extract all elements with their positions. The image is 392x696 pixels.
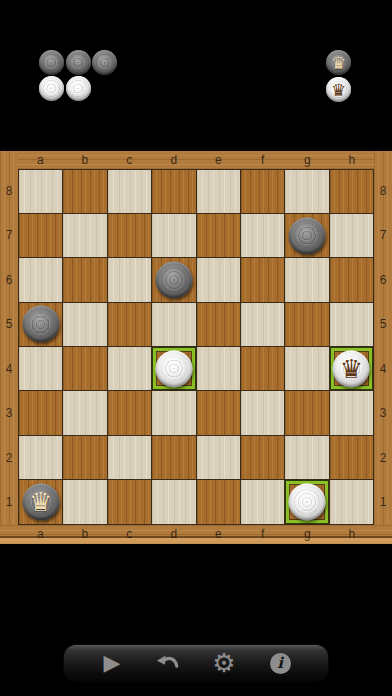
square-d6[interactable]	[152, 258, 195, 301]
play-icon: ▶	[104, 652, 121, 674]
square-c2[interactable]	[108, 436, 151, 479]
square-c6[interactable]	[108, 258, 151, 301]
square-e6[interactable]	[197, 258, 240, 301]
piece-dark-man[interactable]	[288, 217, 325, 254]
board-frame-top: abcdefgh	[0, 151, 392, 169]
gear-icon: ⚙	[212, 650, 235, 676]
rank-label-4: 4	[0, 347, 18, 392]
piece-white-man[interactable]	[39, 76, 64, 101]
rank-label-3: 3	[374, 391, 392, 436]
square-d1[interactable]	[152, 480, 195, 523]
rank-labels-right: 87654321	[374, 169, 392, 525]
checkers-board: abcdefgh 87654321 87654321 abcdefgh ♛♛	[0, 151, 392, 544]
square-e4[interactable]	[197, 347, 240, 390]
file-label-b: b	[63, 527, 108, 541]
file-label-a: a	[18, 527, 63, 541]
info-button[interactable]: i	[259, 645, 301, 681]
square-c5[interactable]	[108, 303, 151, 346]
file-label-h: h	[330, 527, 375, 541]
square-d7[interactable]	[152, 214, 195, 257]
square-f3[interactable]	[241, 391, 284, 434]
square-f5[interactable]	[241, 303, 284, 346]
square-b3[interactable]	[63, 391, 106, 434]
file-label-a: a	[18, 153, 63, 167]
file-label-c: c	[107, 527, 152, 541]
crown-icon: ♛	[326, 50, 351, 75]
piece-white-king[interactable]: ♛	[333, 350, 370, 387]
square-a5[interactable]	[19, 303, 62, 346]
square-f8[interactable]	[241, 170, 284, 213]
captured-tray-left	[39, 50, 117, 101]
file-labels-bottom: abcdefgh	[18, 525, 374, 545]
square-a4[interactable]	[19, 347, 62, 390]
square-c1[interactable]	[108, 480, 151, 523]
square-f2[interactable]	[241, 436, 284, 479]
crown-icon: ♛	[22, 483, 59, 520]
square-d8[interactable]	[152, 170, 195, 213]
board-grid: ♛♛	[18, 169, 374, 525]
rank-label-7: 7	[374, 213, 392, 258]
square-b8[interactable]	[63, 170, 106, 213]
piece-dark-man[interactable]	[39, 50, 64, 75]
rank-labels-left: 87654321	[0, 169, 18, 525]
crown-icon: ♛	[333, 350, 370, 387]
square-a8[interactable]	[19, 170, 62, 213]
rank-label-7: 7	[0, 213, 18, 258]
square-c7[interactable]	[108, 214, 151, 257]
square-a1[interactable]: ♛	[19, 480, 62, 523]
square-e5[interactable]	[197, 303, 240, 346]
undo-button[interactable]	[147, 645, 189, 681]
piece-dark-man[interactable]	[22, 306, 59, 343]
piece-white-man[interactable]	[288, 483, 325, 520]
square-g6[interactable]	[285, 258, 328, 301]
piece-dark-king[interactable]: ♛	[22, 483, 59, 520]
square-g3[interactable]	[285, 391, 328, 434]
file-label-d: d	[152, 153, 197, 167]
file-label-e: e	[196, 153, 241, 167]
rank-label-8: 8	[374, 169, 392, 214]
square-h2[interactable]	[330, 436, 373, 479]
piece-white-man[interactable]	[66, 76, 91, 101]
square-e1[interactable]	[197, 480, 240, 523]
board-frame-right: 87654321	[374, 151, 392, 544]
file-label-g: g	[285, 527, 330, 541]
rank-label-1: 1	[374, 480, 392, 525]
file-label-g: g	[285, 153, 330, 167]
square-f7[interactable]	[241, 214, 284, 257]
square-g8[interactable]	[285, 170, 328, 213]
square-b7[interactable]	[63, 214, 106, 257]
square-g4[interactable]	[285, 347, 328, 390]
square-h7[interactable]	[330, 214, 373, 257]
square-c8[interactable]	[108, 170, 151, 213]
square-e8[interactable]	[197, 170, 240, 213]
file-label-b: b	[63, 153, 108, 167]
square-h3[interactable]	[330, 391, 373, 434]
captured-row	[39, 76, 117, 101]
square-e3[interactable]	[197, 391, 240, 434]
file-labels-top: abcdefgh	[18, 151, 374, 169]
square-f1[interactable]	[241, 480, 284, 523]
square-b4[interactable]	[63, 347, 106, 390]
square-h5[interactable]	[330, 303, 373, 346]
square-h6[interactable]	[330, 258, 373, 301]
file-label-f: f	[241, 527, 286, 541]
square-g5[interactable]	[285, 303, 328, 346]
toolbar: ▶ ⚙ i	[64, 645, 328, 681]
rank-label-1: 1	[0, 480, 18, 525]
info-icon: i	[270, 653, 291, 674]
file-label-e: e	[196, 527, 241, 541]
captured-tray-right: ♛♛	[326, 50, 351, 102]
piece-dark-man[interactable]	[155, 261, 192, 298]
file-label-h: h	[330, 153, 375, 167]
piece-white-man[interactable]	[155, 350, 192, 387]
piece-dark-king[interactable]: ♛	[326, 50, 351, 75]
file-label-c: c	[107, 153, 152, 167]
square-e7[interactable]	[197, 214, 240, 257]
square-a2[interactable]	[19, 436, 62, 479]
square-h8[interactable]	[330, 170, 373, 213]
captured-row	[39, 50, 117, 75]
square-b1[interactable]	[63, 480, 106, 523]
square-a3[interactable]	[19, 391, 62, 434]
square-d2[interactable]	[152, 436, 195, 479]
square-d4[interactable]	[152, 347, 195, 390]
rank-label-5: 5	[0, 302, 18, 347]
piece-dark-man[interactable]	[92, 50, 117, 75]
rank-label-3: 3	[0, 391, 18, 436]
square-b5[interactable]	[63, 303, 106, 346]
rank-label-2: 2	[374, 436, 392, 481]
square-d5[interactable]	[152, 303, 195, 346]
settings-button[interactable]: ⚙	[203, 645, 245, 681]
play-button[interactable]: ▶	[91, 645, 133, 681]
square-a6[interactable]	[19, 258, 62, 301]
board-frame-bottom: abcdefgh	[0, 525, 392, 545]
square-h1[interactable]	[330, 480, 373, 523]
square-g7[interactable]	[285, 214, 328, 257]
piece-white-king[interactable]: ♛	[326, 77, 351, 102]
square-f6[interactable]	[241, 258, 284, 301]
square-b2[interactable]	[63, 436, 106, 479]
square-g2[interactable]	[285, 436, 328, 479]
rank-label-6: 6	[0, 258, 18, 303]
rank-label-2: 2	[0, 436, 18, 481]
file-label-f: f	[241, 153, 286, 167]
square-h4[interactable]: ♛	[330, 347, 373, 390]
square-b6[interactable]	[63, 258, 106, 301]
square-d3[interactable]	[152, 391, 195, 434]
file-label-d: d	[152, 527, 197, 541]
square-c4[interactable]	[108, 347, 151, 390]
square-c3[interactable]	[108, 391, 151, 434]
undo-icon	[154, 651, 182, 675]
crown-icon: ♛	[326, 77, 351, 102]
square-a7[interactable]	[19, 214, 62, 257]
rank-label-8: 8	[0, 169, 18, 214]
board-frame-left: 87654321	[0, 151, 18, 544]
rank-label-5: 5	[374, 302, 392, 347]
rank-label-4: 4	[374, 347, 392, 392]
rank-label-6: 6	[374, 258, 392, 303]
square-f4[interactable]	[241, 347, 284, 390]
square-e2[interactable]	[197, 436, 240, 479]
piece-dark-man[interactable]	[66, 50, 91, 75]
square-g1[interactable]	[285, 480, 328, 523]
